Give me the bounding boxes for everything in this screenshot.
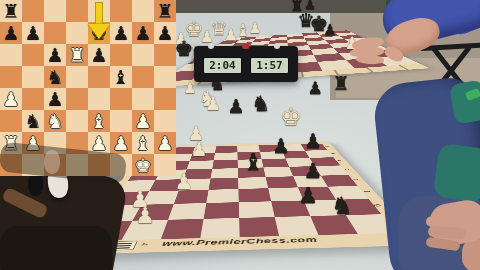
black-piece: ♟ <box>272 136 290 156</box>
diagram-square <box>154 44 176 66</box>
chess-clock: 2:04 1:57 <box>194 46 298 82</box>
diagram-square <box>66 22 88 44</box>
white-piece: ♟ <box>249 21 262 35</box>
diagram-square <box>44 22 66 44</box>
white-piece: ♚ <box>280 105 302 129</box>
diagram-square <box>88 88 110 110</box>
diagram-square <box>22 88 44 110</box>
diagram-square: ♟ <box>110 132 132 154</box>
diagram-square <box>22 0 44 22</box>
diagram-piece: ♟ <box>134 24 151 43</box>
diagram-square <box>0 66 22 88</box>
board-square <box>238 177 268 189</box>
diagram-piece: ♞ <box>46 112 63 131</box>
clock-right-display: 1:57 <box>250 57 289 74</box>
diagram-piece: ♞ <box>24 112 41 131</box>
black-piece: ♝ <box>243 151 264 174</box>
diagram-piece: ♟ <box>134 112 151 131</box>
diagram-square <box>154 88 176 110</box>
diagram-square: ♜ <box>154 0 176 22</box>
diagram-piece: ♝ <box>90 112 107 131</box>
white-piece: ♟ <box>205 95 221 113</box>
diagram-square <box>44 0 66 22</box>
diagram-square <box>132 66 154 88</box>
diagram-square: ♟ <box>154 22 176 44</box>
diagram-square: ♟ <box>132 110 154 132</box>
diagram-piece: ♟ <box>90 134 107 153</box>
opponent-jacket <box>432 143 480 204</box>
diagram-square <box>0 44 22 66</box>
black-piece: ♟ <box>307 80 322 97</box>
board-square <box>204 202 240 219</box>
black-piece: ♜ <box>332 74 349 93</box>
diagram-square <box>132 88 154 110</box>
diagram-square: ♟ <box>110 22 132 44</box>
diagram-square <box>66 110 88 132</box>
diagram-square <box>154 110 176 132</box>
clock-button-icon <box>274 43 280 49</box>
diagram-piece: ♟ <box>112 134 129 153</box>
black-piece: ♟ <box>304 161 323 182</box>
diagram-piece: ♝ <box>134 134 151 153</box>
diagram-square: ♟ <box>0 88 22 110</box>
diagram-square: ♞ <box>22 110 44 132</box>
white-piece: ♟ <box>183 81 196 96</box>
diagram-square <box>66 88 88 110</box>
file-label: a <box>323 145 331 147</box>
clock-lever-icon <box>242 44 249 49</box>
diagram-square: ♟ <box>154 132 176 154</box>
diagram-square <box>110 88 132 110</box>
diagram-square <box>88 66 110 88</box>
diagram-square <box>110 110 132 132</box>
diagram-square <box>66 0 88 22</box>
file-label: b <box>329 152 338 155</box>
diagram-piece: ♟ <box>46 46 63 65</box>
board-square <box>239 217 279 237</box>
black-piece: ♟ <box>227 97 244 116</box>
diagram-square <box>132 0 154 22</box>
board-square <box>200 218 239 238</box>
diagram-piece: ♜ <box>2 2 19 21</box>
diagram-square <box>66 66 88 88</box>
black-piece: ♟ <box>304 131 322 151</box>
diagram-square: ♟ <box>0 22 22 44</box>
diagram-square: ♟ <box>44 88 66 110</box>
black-piece: ♟ <box>298 185 318 207</box>
diagram-piece: ♜ <box>68 46 85 65</box>
diagram-square <box>22 44 44 66</box>
board-square <box>168 203 206 220</box>
file-label: e <box>351 178 362 182</box>
opponent-finger <box>426 215 464 226</box>
clock-left-display: 2:04 <box>203 57 242 74</box>
diagram-square: ♜ <box>66 44 88 66</box>
diagram-square: ♟ <box>132 22 154 44</box>
white-piece: ♟ <box>190 140 207 159</box>
diagram-piece: ♟ <box>90 46 107 65</box>
board-square <box>238 188 271 202</box>
diagram-square <box>110 0 132 22</box>
diagram-piece: ♚ <box>134 156 151 175</box>
diagram-square: ♞ <box>44 110 66 132</box>
board-square <box>321 175 358 187</box>
diagram-piece: ♟ <box>24 24 41 43</box>
diagram-piece: ♟ <box>46 90 63 109</box>
diagram-square: ♝ <box>110 66 132 88</box>
diagram-piece: ♟ <box>2 90 19 109</box>
diagram-square: ♞ <box>44 66 66 88</box>
commentator-arm <box>0 226 112 270</box>
piece-over-diagram <box>44 150 60 174</box>
diagram-piece: ♜ <box>156 2 173 21</box>
diagram-piece: ♞ <box>46 68 63 87</box>
diagram-piece: ♝ <box>112 68 129 87</box>
diagram-piece: ♟ <box>156 24 173 43</box>
white-piece: ♟ <box>135 205 155 227</box>
diagram-square: ♝ <box>88 110 110 132</box>
diagram-square <box>132 44 154 66</box>
black-piece: ♟ <box>323 23 336 38</box>
board-square <box>161 219 204 239</box>
diagram-piece: ♟ <box>112 24 129 43</box>
diagram-piece: ♟ <box>2 24 19 43</box>
video-frame: abcdefgh 4 www.PremierChess.com ♜♟♚♟♛♟♝♟… <box>0 0 480 270</box>
board-square <box>239 201 275 218</box>
file-label: c <box>335 159 344 162</box>
diagram-square: ♝ <box>132 132 154 154</box>
diagram-piece: ♟ <box>156 134 173 153</box>
diagram-square: ♚ <box>132 154 154 176</box>
black-piece: ♞ <box>252 94 271 115</box>
diagram-square: ♟ <box>22 22 44 44</box>
diagram-square <box>154 66 176 88</box>
file-label: d <box>342 168 352 171</box>
diagram-square <box>110 44 132 66</box>
white-piece: ♟ <box>175 172 194 193</box>
board-square <box>206 189 238 203</box>
diagram-square <box>154 154 176 176</box>
board-square <box>209 178 239 190</box>
diagram-square <box>22 66 44 88</box>
diagram-square: ♜ <box>0 0 22 22</box>
diagram-square: ♟ <box>44 44 66 66</box>
diagram-square <box>0 110 22 132</box>
diagram-square: ♟ <box>88 44 110 66</box>
black-piece: ♞ <box>331 194 353 218</box>
clock-button-icon <box>208 43 214 49</box>
